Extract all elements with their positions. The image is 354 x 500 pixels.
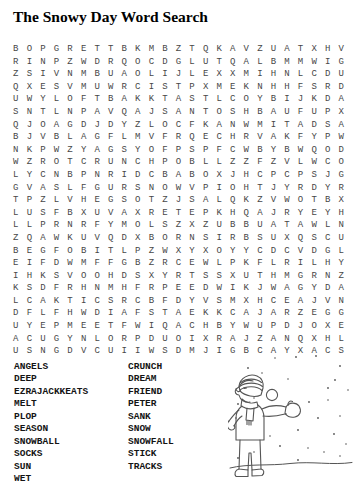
grid-cell: W [307,219,321,232]
grid-cell: O [158,182,172,195]
grid-cell: H [267,68,281,81]
grid-cell: L [90,333,104,346]
grid-cell: K [212,43,226,56]
grid-cell: B [240,232,254,245]
grid-cell: D [172,345,186,358]
grid-cell: S [199,270,213,283]
grid-cell: N [280,333,294,346]
grid-cell: D [9,307,23,320]
grid-cell: A [226,43,240,56]
grid-cell: X [240,295,254,308]
grid-cell: H [226,131,240,144]
grid-cell: G [50,345,64,358]
grid-cell: L [23,219,37,232]
grid-cell: X [212,169,226,182]
grid-cell: N [63,219,77,232]
grid-cell: C [131,295,145,308]
grid-cell: P [36,144,50,157]
grid-cell: I [77,295,91,308]
word-list-item: EZRAJACKKEATS [14,386,88,398]
grid-cell: I [9,270,23,283]
grid-cell: G [63,119,77,132]
grid-cell: Y [23,169,37,182]
grid-cell: K [307,93,321,106]
grid-cell: S [131,270,145,283]
grid-cell: A [36,295,50,308]
grid-cell: S [23,282,37,295]
grid-cell: A [90,106,104,119]
grid-cell: N [145,182,159,195]
grid-cell: P [199,144,213,157]
grid-cell: P [199,207,213,220]
grid-cell: K [240,257,254,270]
grid-cell: Z [9,232,23,245]
grid-cell: O [90,270,104,283]
grid-cell: T [185,43,199,56]
grid-cell: X [185,219,199,232]
grid-cell: D [77,119,91,132]
grid-cell: Z [294,307,308,320]
grid-cell: G [321,307,335,320]
grid-cell: A [334,93,348,106]
grid-cell: E [199,68,213,81]
grid-cell: E [23,245,37,258]
grid-cell: Z [63,56,77,69]
grid-cell: P [267,169,281,182]
grid-cell: Q [9,81,23,94]
grid-cell: W [50,232,64,245]
grid-cell: Y [280,182,294,195]
grid-cell: W [307,156,321,169]
grid-cell: L [294,156,308,169]
grid-cell: B [104,93,118,106]
grid-cell: I [104,307,118,320]
grid-cell: I [23,257,37,270]
grid-cell: D [280,320,294,333]
grid-cell: T [199,93,213,106]
grid-cell: P [199,182,213,195]
word-list-item: ANGELS [14,361,88,373]
grid-cell: A [36,232,50,245]
grid-cell: L [145,68,159,81]
grid-cell: U [212,219,226,232]
grid-cell: U [104,182,118,195]
grid-cell: N [9,144,23,157]
grid-cell: V [36,131,50,144]
grid-cell: Z [240,156,254,169]
grid-cell: U [9,320,23,333]
grid-cell: K [240,81,254,94]
left-mitten [228,421,235,430]
grid-cell: Z [145,245,159,258]
grid-cell: I [212,345,226,358]
grid-cell: T [104,43,118,56]
grid-cell: F [158,144,172,157]
grid-cell: K [131,43,145,56]
word-list-item: CRUNCH [128,361,174,373]
grid-cell: L [267,257,281,270]
grid-cell: A [9,333,23,346]
grid-cell: Q [9,119,23,132]
grid-cell: N [185,232,199,245]
grid-cell: O [63,245,77,258]
grid-cell: D [321,282,335,295]
grid-cell: C [145,169,159,182]
grid-cell: X [23,81,37,94]
grid-cell: Y [158,270,172,283]
grid-cell: I [267,119,281,132]
grid-cell: V [77,345,91,358]
grid-cell: W [9,156,23,169]
grid-cell: Y [131,144,145,157]
grid-cell: G [104,194,118,207]
grid-cell: G [294,270,308,283]
grid-cell: Y [321,182,335,195]
grid-cell: D [321,93,335,106]
grid-cell: A [267,131,281,144]
grid-cell: A [172,169,186,182]
grid-cell: L [212,156,226,169]
grid-cell: A [117,207,131,220]
grid-cell: T [158,307,172,320]
grid-cell: N [253,81,267,94]
grid-cell: P [50,56,64,69]
grid-cell: S [23,68,37,81]
grid-cell: J [294,320,308,333]
right-mitten [285,403,300,417]
grid-cell: S [9,106,23,119]
grid-cell: Z [253,333,267,346]
grid-cell: H [104,270,118,283]
grid-cell: K [280,131,294,144]
grid-cell: T [104,320,118,333]
grid-cell: N [36,56,50,69]
grid-cell: R [280,257,294,270]
grid-cell: S [185,144,199,157]
grid-cell: A [172,93,186,106]
hat [239,375,263,396]
grid-cell: J [199,345,213,358]
grid-cell: N [334,219,348,232]
grid-cell: D [50,257,64,270]
grid-cell: W [199,257,213,270]
grid-cell: R [321,81,335,94]
grid-cell: K [131,93,145,106]
word-list-item: SEASON [14,423,88,435]
grid-cell: N [63,106,77,119]
grid-cell: E [199,131,213,144]
grid-cell: Z [36,194,50,207]
grid-cell: B [9,245,23,258]
pompom [266,389,277,400]
grid-cell: S [307,232,321,245]
grid-cell: S [321,119,335,132]
grid-cell: E [185,257,199,270]
grid-cell: Z [253,194,267,207]
grid-cell: H [321,257,335,270]
grid-cell: Z [199,219,213,232]
grid-cell: O [131,56,145,69]
grid-cell: H [253,295,267,308]
grid-cell: T [63,295,77,308]
grid-cell: E [226,81,240,94]
grid-cell: O [240,93,254,106]
grid-cell: D [321,68,335,81]
grid-cell: C [172,119,186,132]
grid-cell: D [307,245,321,258]
grid-cell: R [226,232,240,245]
grid-cell: C [267,295,281,308]
grid-cell: O [212,106,226,119]
grid-cell: I [226,282,240,295]
grid-cell: G [90,131,104,144]
grid-cell: C [131,81,145,94]
grid-cell: B [90,68,104,81]
grid-cell: U [253,320,267,333]
grid-cell: A [131,106,145,119]
grid-cell: S [158,106,172,119]
grid-cell: F [294,81,308,94]
grid-cell: D [104,119,118,132]
grid-cell: H [267,270,281,283]
grid-cell: Q [117,106,131,119]
grid-cell: M [117,219,131,232]
grid-cell: L [199,156,213,169]
grid-cell: H [199,320,213,333]
grid-cell: A [253,207,267,220]
grid-cell: Q [294,333,308,346]
grid-cell: A [90,144,104,157]
grid-cell: K [240,282,254,295]
grid-cell: B [9,131,23,144]
grid-cell: Y [117,119,131,132]
grid-cell: Q [307,144,321,157]
grid-cell: V [280,156,294,169]
grid-cell: R [104,56,118,69]
grid-cell: A [294,119,308,132]
grid-cell: O [131,194,145,207]
grid-cell: J [23,131,37,144]
grid-cell: B [212,320,226,333]
grid-cell: P [131,333,145,346]
grid-cell: A [117,93,131,106]
grid-cell: F [117,320,131,333]
grid-cell: R [36,156,50,169]
grid-cell: K [199,119,213,132]
grid-cell: Q [226,56,240,69]
grid-cell: O [131,219,145,232]
word-list-item: SOCKS [14,448,88,460]
grid-cell: W [172,182,186,195]
grid-cell: I [253,68,267,81]
grid-cell: Y [226,320,240,333]
grid-cell: D [117,232,131,245]
grid-cell: Z [145,257,159,270]
page-title: The Snowy Day Word Search [13,8,208,26]
grid-cell: C [23,295,37,308]
grid-cell: L [9,295,23,308]
grid-cell: K [23,144,37,157]
grid-cell: P [23,194,37,207]
grid-cell: A [212,119,226,132]
grid-cell: W [77,307,91,320]
grid-cell: O [199,169,213,182]
grid-cell: U [280,106,294,119]
grid-cell: X [226,270,240,283]
grid-cell: F [90,219,104,232]
grid-cell: H [145,156,159,169]
grid-cell: V [63,81,77,94]
grid-cell: F [158,295,172,308]
grid-cell: H [240,106,254,119]
grid-cell: W [63,257,77,270]
grid-cell: S [50,270,64,283]
grid-cell: B [158,169,172,182]
grid-cell: O [23,43,37,56]
grid-cell: S [104,295,118,308]
grid-cell: J [23,119,37,132]
grid-cell: O [334,156,348,169]
grid-cell: U [90,207,104,220]
word-list-item: MELT [14,398,88,410]
grid-cell: B [226,219,240,232]
grid-cell: G [90,182,104,195]
grid-cell: L [212,257,226,270]
grid-cell: S [226,106,240,119]
grid-cell: C [226,144,240,157]
grid-cell: Y [36,93,50,106]
grid-cell: S [36,207,50,220]
grid-cell: S [212,270,226,283]
grid-cell: N [36,345,50,358]
grid-cell: S [158,345,172,358]
grid-cell: F [104,131,118,144]
grid-cell: E [280,295,294,308]
grid-cell: G [9,182,23,195]
grid-cell: P [131,245,145,258]
grid-cell: R [9,56,23,69]
grid-cell: R [280,307,294,320]
grid-cell: F [36,257,50,270]
grid-cell: K [63,232,77,245]
grid-cell: D [158,56,172,69]
grid-cell: R [117,81,131,94]
word-list-item: SANK [128,411,174,423]
grid-cell: P [226,257,240,270]
grid-cell: R [280,207,294,220]
grid-cell: C [321,156,335,169]
grid-cell: W [158,245,172,258]
grid-cell: T [36,106,50,119]
grid-cell: E [185,207,199,220]
word-list-item: STICK [128,448,174,460]
grid-cell: V [23,182,37,195]
grid-cell: Y [104,219,118,232]
grid-cell: Y [226,245,240,258]
grid-cell: K [212,207,226,220]
grid-cell: V [334,43,348,56]
grid-cell: S [307,169,321,182]
grid-cell: M [253,119,267,132]
grid-cell: J [240,333,254,346]
grid-cell: O [307,320,321,333]
grid-cell: V [104,106,118,119]
grid-cell: Y [185,245,199,258]
grid-cell: C [172,257,186,270]
grid-cell: X [199,333,213,346]
grid-cell: C [131,156,145,169]
grid-cell: J [172,194,186,207]
grid-cell: A [294,219,308,232]
grid-cell: J [253,282,267,295]
grid-cell: T [90,93,104,106]
grid-cell: Y [307,282,321,295]
grid-cell: S [185,194,199,207]
grid-cell: A [199,194,213,207]
grid-cell: X [226,68,240,81]
grid-cell: U [267,43,281,56]
grid-cell: J [90,119,104,132]
grid-cell: C [226,307,240,320]
grid-cell: T [172,207,186,220]
grid-cell: R [212,333,226,346]
grid-cell: S [307,81,321,94]
grid-cell: X [131,207,145,220]
grid-cell: T [199,106,213,119]
grid-cell: B [267,56,281,69]
grid-cell: T [280,119,294,132]
grid-cell: U [240,270,254,283]
grid-cell: R [334,182,348,195]
grid-cell: D [172,295,186,308]
grid-cell: S [185,93,199,106]
grid-cell: K [199,307,213,320]
grid-cell: M [280,270,294,283]
grid-cell: Q [185,131,199,144]
grid-cell: K [50,295,64,308]
grid-cell: W [131,320,145,333]
grid-cell: B [185,156,199,169]
grid-cell: G [334,307,348,320]
grid-cell: C [90,295,104,308]
grid-cell: I [212,182,226,195]
grid-cell: P [267,320,281,333]
grid-cell: L [9,207,23,220]
word-list-item: DREAM [128,373,174,385]
grid-cell: N [321,270,335,283]
grid-cell: D [90,307,104,320]
grid-cell: J [267,182,281,195]
grid-cell: C [36,169,50,182]
word-list-item: SNOWBALL [14,436,88,448]
grid-cell: O [226,182,240,195]
grid-cell: R [117,182,131,195]
grid-cell: T [63,156,77,169]
word-list-item: TRACKS [128,461,174,473]
grid-cell: X [199,245,213,258]
grid-cell: F [131,282,145,295]
grid-cell: E [307,307,321,320]
grid-cell: T [280,219,294,232]
grid-cell: K [9,282,23,295]
word-list-item: PLOP [14,411,88,423]
grid-cell: D [334,81,348,94]
grid-cell: Y [321,207,335,220]
grid-cell: L [9,219,23,232]
grid-cell: T [253,182,267,195]
grid-cell: V [267,194,281,207]
grid-cell: B [185,169,199,182]
